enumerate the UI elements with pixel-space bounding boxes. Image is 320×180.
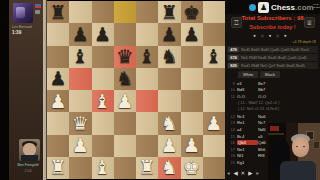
move-cell-black[interactable]: O-O xyxy=(258,94,279,99)
top-player-name: Les Bernard xyxy=(12,25,46,29)
move-number: 10 xyxy=(225,87,237,92)
square-e8[interactable] xyxy=(136,1,158,23)
square-e5[interactable] xyxy=(136,68,158,90)
square-c7[interactable]: ♟ xyxy=(92,23,114,45)
piece-white-bishop: ♝ xyxy=(94,91,111,110)
engine-lines: 478Nxd5 Bxd5 Bxd5 Qxd5 Qxd5 Nxd5 Rxa5674… xyxy=(227,46,318,70)
forward-button[interactable]: ▶ xyxy=(248,170,252,176)
move-number: 18 xyxy=(225,153,237,158)
square-g5[interactable] xyxy=(181,68,203,90)
square-e4[interactable] xyxy=(136,90,158,112)
move-number: 15 xyxy=(225,134,237,139)
square-a3[interactable] xyxy=(47,112,69,134)
piece-white-queen: ♛ xyxy=(72,113,89,132)
square-d8[interactable] xyxy=(114,1,136,23)
move-cell-white[interactable]: Re1 xyxy=(237,120,258,125)
piece-white-rook: ♜ xyxy=(50,158,67,177)
square-g1[interactable]: ♚ xyxy=(181,157,203,179)
engine-line[interactable]: 829Red1 Rfd8 Ne5 Qe7 Nxd5 Bxd5 Bxd5 xyxy=(227,62,318,69)
webcam-overlay xyxy=(268,123,320,180)
shelf xyxy=(268,133,284,135)
square-c8[interactable] xyxy=(92,1,114,23)
square-b6[interactable]: ♝ xyxy=(69,46,91,68)
piece-black-knight: ♞ xyxy=(116,69,133,88)
move-cell-black[interactable]: Na6 xyxy=(258,114,279,119)
square-f5[interactable] xyxy=(158,68,180,90)
piece-white-pawn: ♟ xyxy=(72,136,89,155)
piece-black-pawn: ♟ xyxy=(94,24,111,43)
square-b7[interactable]: ♟ xyxy=(69,23,91,45)
go-start-button[interactable]: « xyxy=(227,170,230,176)
logo-bar: ♟ Chess.com LIVE CHESS xyxy=(225,0,320,14)
move-cell-white[interactable]: Bd3 xyxy=(237,87,258,92)
move-table-header-white[interactable]: White xyxy=(238,71,258,78)
engine-line[interactable]: 674Ne5 Rfd8 Nxd5 Bxd5 Bxd5 Qxd5 Qxd5 xyxy=(227,54,318,61)
piece-black-bishop: ♝ xyxy=(205,47,222,66)
square-d5[interactable]: ♞ xyxy=(114,68,136,90)
picture-frame-icon xyxy=(313,141,320,149)
square-c1[interactable]: ♝ xyxy=(92,157,114,179)
square-a8[interactable]: ♜ xyxy=(47,1,69,23)
engine-pv-text: Ne5 Rfd8 Nxd5 Bxd5 Bxd5 Qxd5 Qxd5 xyxy=(241,56,307,60)
bottom-player-avatar xyxy=(19,139,40,161)
square-e7[interactable] xyxy=(136,23,158,45)
move-cell-white[interactable]: O-O xyxy=(237,94,258,99)
square-f3[interactable]: ♞ xyxy=(158,112,180,134)
square-c3[interactable] xyxy=(92,112,114,134)
avatar-shirt xyxy=(21,155,38,161)
square-d1[interactable] xyxy=(114,157,136,179)
square-b5[interactable] xyxy=(69,68,91,90)
move-number: 11 xyxy=(225,94,237,99)
square-d3[interactable] xyxy=(114,112,136,134)
engine-eval-badge: 478 xyxy=(228,47,239,52)
logo-tagline: LIVE CHESS xyxy=(313,3,320,9)
square-f7[interactable]: ♟ xyxy=(158,23,180,45)
piece-black-pawn: ♟ xyxy=(50,69,67,88)
square-d2[interactable] xyxy=(114,135,136,157)
square-c2[interactable] xyxy=(92,135,114,157)
streamer-eye xyxy=(296,146,298,148)
square-g3[interactable] xyxy=(181,112,203,134)
left-edge-bar xyxy=(0,0,9,180)
square-c4[interactable]: ♝ xyxy=(92,90,114,112)
piece-white-pawn: ♟ xyxy=(161,136,178,155)
move-row: 12Nc3Na6 xyxy=(225,113,320,120)
piece-white-king: ♚ xyxy=(183,158,200,177)
square-a2[interactable] xyxy=(47,135,69,157)
square-e6[interactable]: ♝ xyxy=(136,46,158,68)
move-number: 17 xyxy=(225,147,237,152)
square-f1[interactable]: ♞ xyxy=(158,157,180,179)
go-end-button[interactable]: » xyxy=(255,170,258,176)
move-number: 14 xyxy=(225,127,237,132)
move-cell-white[interactable]: Kg1 xyxy=(237,160,258,165)
streamer-face xyxy=(292,137,309,157)
chess-board: ♜♜♚♟♟♟♟♝♛♝♞♝♟♞♟♝♟♛♞♟♟♟♟♜♝♜♞♚ xyxy=(47,1,225,179)
move-row: 9e3Be7 xyxy=(225,80,320,87)
avatar-art xyxy=(16,7,25,18)
move-number: 13 xyxy=(225,120,237,125)
move-table-header-black[interactable]: Black xyxy=(260,71,280,78)
square-g7[interactable]: ♟ xyxy=(181,23,203,45)
piece-white-knight: ♞ xyxy=(161,113,178,132)
square-d4[interactable]: ♟ xyxy=(114,90,136,112)
square-h6[interactable]: ♝ xyxy=(203,46,225,68)
square-g4[interactable] xyxy=(181,90,203,112)
square-e2[interactable] xyxy=(136,135,158,157)
piece-black-knight: ♞ xyxy=(161,47,178,66)
move-number: 12 xyxy=(225,114,237,119)
piece-black-queen: ♛ xyxy=(116,47,133,66)
back-button[interactable]: ◀ xyxy=(233,170,237,176)
piece-white-rook: ♜ xyxy=(139,158,156,177)
square-a4[interactable]: ♟ xyxy=(47,90,69,112)
bottom-player-name: Ben Finegold xyxy=(6,163,50,167)
square-g2[interactable]: ♟ xyxy=(181,135,203,157)
square-d6[interactable]: ♛ xyxy=(114,46,136,68)
square-f8[interactable]: ♜ xyxy=(158,1,180,23)
engine-eval-badge: 829 xyxy=(228,63,239,68)
piece-white-bishop: ♝ xyxy=(94,158,111,177)
stop-button[interactable]: ✕ xyxy=(241,170,246,176)
piece-black-pawn: ♟ xyxy=(72,24,89,43)
square-h4[interactable] xyxy=(203,90,225,112)
move-cell-white[interactable]: a4 xyxy=(237,127,258,132)
broadcast-icon xyxy=(249,4,256,11)
top-player-badge-icon xyxy=(35,10,40,14)
square-h3[interactable]: ♟ xyxy=(203,112,225,134)
subscribe-promo-text: Subscribe today ! xyxy=(225,24,320,30)
engine-line[interactable]: 478Nxd5 Bxd5 Bxd5 Qxd5 Qxd5 Nxd5 Rxa5 xyxy=(227,46,318,53)
piece-black-rook: ♜ xyxy=(161,2,178,21)
subscriber-count-text: Total Subscribers : 98 xyxy=(225,15,320,21)
variation-line[interactable]: ( 11... Nbd7 12. Qe2 c5 ) xyxy=(225,100,320,107)
move-cell-white[interactable]: Nf1 xyxy=(237,153,258,158)
streamer-eye xyxy=(303,146,305,148)
playback-controls: «◀✕▶» xyxy=(227,170,262,176)
variation-line[interactable]: ( 12. Ne5 c5 13. f4 Rc8 ) xyxy=(225,106,320,113)
square-g6[interactable] xyxy=(181,46,203,68)
square-a6[interactable] xyxy=(47,46,69,68)
square-d7[interactable] xyxy=(114,23,136,45)
move-cell-white[interactable]: e3 xyxy=(237,81,258,86)
engine-pv-text: Nxd5 Bxd5 Bxd5 Qxd5 Qxd5 Nxd5 Rxa5 xyxy=(241,48,309,52)
stream-screenshot: Les Bernard 1:39 Ben Finegold 2:04 ♜♜♚♟♟… xyxy=(0,0,320,180)
engine-status-text: +4.78 depth 18 xyxy=(293,40,316,44)
square-h2[interactable] xyxy=(203,135,225,157)
move-cell-white[interactable]: Ne1 xyxy=(237,147,258,152)
move-cell-white[interactable]: Qb3 xyxy=(237,140,258,145)
square-a1[interactable]: ♜ xyxy=(47,157,69,179)
square-e1[interactable]: ♜ xyxy=(136,157,158,179)
piece-white-pawn: ♟ xyxy=(183,136,200,155)
piece-white-pawn: ♟ xyxy=(205,113,222,132)
shelf-item xyxy=(270,126,279,131)
piece-black-rook: ♜ xyxy=(50,2,67,21)
square-f6[interactable]: ♞ xyxy=(158,46,180,68)
engine-pv-text: Red1 Rfd8 Ne5 Qe7 Nxd5 Bxd5 Bxd5 xyxy=(241,64,305,68)
bottom-player-clock: 2:04 xyxy=(6,169,50,173)
square-h1[interactable] xyxy=(203,157,225,179)
move-row: 10Bd3Bb7 xyxy=(225,87,320,94)
streamer-torso xyxy=(280,161,316,180)
square-g8[interactable]: ♚ xyxy=(181,1,203,23)
move-cell-white[interactable]: Bc4 xyxy=(237,134,258,139)
toggle-row[interactable]: ●○●○● xyxy=(225,33,320,38)
square-h5[interactable] xyxy=(203,68,225,90)
move-row: 11O-OO-O xyxy=(225,93,320,100)
chesscom-logo: Chess.com xyxy=(271,3,314,12)
square-h8[interactable] xyxy=(203,1,225,23)
square-b8[interactable] xyxy=(69,1,91,23)
square-b1[interactable] xyxy=(69,157,91,179)
engine-eval-badge: 674 xyxy=(228,55,239,60)
piece-white-pawn: ♟ xyxy=(116,91,133,110)
square-a7[interactable] xyxy=(47,23,69,45)
square-a5[interactable]: ♟ xyxy=(47,68,69,90)
top-player-avatar xyxy=(13,3,33,23)
piece-black-king: ♚ xyxy=(183,2,200,21)
move-number: 9 xyxy=(225,81,237,86)
square-f2[interactable]: ♟ xyxy=(158,135,180,157)
square-e3[interactable] xyxy=(136,112,158,134)
top-player-flag-icon xyxy=(35,4,41,8)
chesscom-pawn-icon: ♟ xyxy=(258,2,269,13)
square-b3[interactable]: ♛ xyxy=(69,112,91,134)
move-cell-white[interactable]: Nc3 xyxy=(237,114,258,119)
piece-black-pawn: ♟ xyxy=(161,24,178,43)
move-number: 16 xyxy=(225,140,237,145)
move-cell-black[interactable]: Be7 xyxy=(258,81,279,86)
square-h7[interactable] xyxy=(203,23,225,45)
move-number: 19 xyxy=(225,160,237,165)
square-b2[interactable]: ♟ xyxy=(69,135,91,157)
piece-black-pawn: ♟ xyxy=(183,24,200,43)
piece-black-bishop: ♝ xyxy=(72,47,89,66)
square-c5[interactable] xyxy=(92,68,114,90)
piece-white-knight: ♞ xyxy=(161,158,178,177)
piece-black-bishop: ♝ xyxy=(139,47,156,66)
move-cell-black[interactable]: Bb7 xyxy=(258,87,279,92)
top-player-clock: 1:39 xyxy=(12,30,46,35)
square-b4[interactable] xyxy=(69,90,91,112)
square-f4[interactable] xyxy=(158,90,180,112)
square-c6[interactable] xyxy=(92,46,114,68)
piece-white-pawn: ♟ xyxy=(50,91,67,110)
